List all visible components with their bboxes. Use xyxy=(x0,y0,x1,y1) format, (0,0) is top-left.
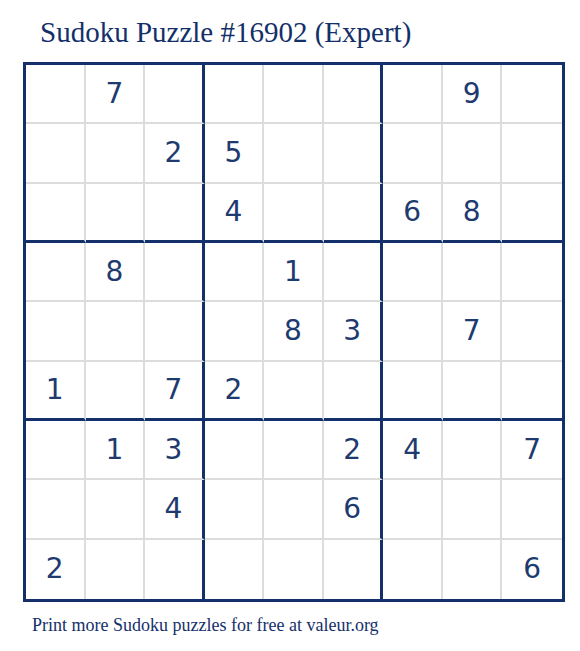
cell-r2c5 xyxy=(264,124,324,183)
cell-r8c4 xyxy=(205,480,265,539)
cell-r3c4: 4 xyxy=(205,184,265,243)
cell-r5c4 xyxy=(205,302,265,361)
cell-r4c5: 1 xyxy=(264,243,324,302)
cell-r5c1 xyxy=(26,302,86,361)
cell-r6c6 xyxy=(324,362,384,421)
cell-r9c5 xyxy=(264,540,324,599)
cell-r1c8: 9 xyxy=(443,65,503,124)
cell-r3c7: 6 xyxy=(383,184,443,243)
cell-r5c5: 8 xyxy=(264,302,324,361)
cell-r1c1 xyxy=(26,65,86,124)
cell-r7c2: 1 xyxy=(86,421,146,480)
cell-r7c9: 7 xyxy=(502,421,562,480)
cell-r1c3 xyxy=(145,65,205,124)
cell-r4c7 xyxy=(383,243,443,302)
cell-r9c4 xyxy=(205,540,265,599)
cell-r2c9 xyxy=(502,124,562,183)
cell-r7c6: 2 xyxy=(324,421,384,480)
cell-r5c6: 3 xyxy=(324,302,384,361)
cell-r9c6 xyxy=(324,540,384,599)
cell-r6c2 xyxy=(86,362,146,421)
cell-r3c8: 8 xyxy=(443,184,503,243)
cell-r5c8: 7 xyxy=(443,302,503,361)
cell-r6c9 xyxy=(502,362,562,421)
cell-r9c9: 6 xyxy=(502,540,562,599)
cell-r2c6 xyxy=(324,124,384,183)
cell-r4c9 xyxy=(502,243,562,302)
cell-r8c5 xyxy=(264,480,324,539)
cell-r1c7 xyxy=(383,65,443,124)
cell-r8c8 xyxy=(443,480,503,539)
footer-text: Print more Sudoku puzzles for free at va… xyxy=(32,615,379,636)
cell-r9c1: 2 xyxy=(26,540,86,599)
cell-r7c4 xyxy=(205,421,265,480)
cell-r6c7 xyxy=(383,362,443,421)
cell-r6c8 xyxy=(443,362,503,421)
cell-r3c1 xyxy=(26,184,86,243)
cell-r3c9 xyxy=(502,184,562,243)
cell-r6c4: 2 xyxy=(205,362,265,421)
cell-r7c1 xyxy=(26,421,86,480)
cell-r2c1 xyxy=(26,124,86,183)
cell-r9c8 xyxy=(443,540,503,599)
cell-r8c7 xyxy=(383,480,443,539)
cell-r8c2 xyxy=(86,480,146,539)
cell-r1c4 xyxy=(205,65,265,124)
puzzle-title: Sudoku Puzzle #16902 (Expert) xyxy=(40,16,411,49)
cell-r7c5 xyxy=(264,421,324,480)
cell-r4c6 xyxy=(324,243,384,302)
cell-r5c3 xyxy=(145,302,205,361)
cell-r4c8 xyxy=(443,243,503,302)
cell-r9c3 xyxy=(145,540,205,599)
cell-r2c8 xyxy=(443,124,503,183)
cell-r2c4: 5 xyxy=(205,124,265,183)
cell-r7c7: 4 xyxy=(383,421,443,480)
cell-r1c2: 7 xyxy=(86,65,146,124)
cell-r5c2 xyxy=(86,302,146,361)
cell-r8c6: 6 xyxy=(324,480,384,539)
cell-r4c1 xyxy=(26,243,86,302)
cell-r3c3 xyxy=(145,184,205,243)
cell-r4c2: 8 xyxy=(86,243,146,302)
cell-r5c9 xyxy=(502,302,562,361)
cell-r4c4 xyxy=(205,243,265,302)
cell-r7c8 xyxy=(443,421,503,480)
sudoku-board: 792546881837172132474626 xyxy=(23,62,565,602)
cell-r4c3 xyxy=(145,243,205,302)
cell-r9c2 xyxy=(86,540,146,599)
cell-r1c5 xyxy=(264,65,324,124)
cell-r3c5 xyxy=(264,184,324,243)
cell-r2c3: 2 xyxy=(145,124,205,183)
cell-r8c9 xyxy=(502,480,562,539)
cell-r7c3: 3 xyxy=(145,421,205,480)
cell-r6c1: 1 xyxy=(26,362,86,421)
cell-r1c6 xyxy=(324,65,384,124)
cell-r6c3: 7 xyxy=(145,362,205,421)
cell-r1c9 xyxy=(502,65,562,124)
cell-r2c7 xyxy=(383,124,443,183)
cell-r2c2 xyxy=(86,124,146,183)
cell-r9c7 xyxy=(383,540,443,599)
cell-r6c5 xyxy=(264,362,324,421)
cell-r8c3: 4 xyxy=(145,480,205,539)
cell-r3c2 xyxy=(86,184,146,243)
cell-r8c1 xyxy=(26,480,86,539)
cell-r5c7 xyxy=(383,302,443,361)
cell-r3c6 xyxy=(324,184,384,243)
